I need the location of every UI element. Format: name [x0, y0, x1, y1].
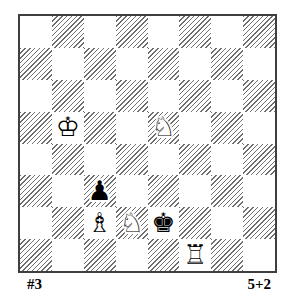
square-g5[interactable]: [211, 112, 243, 144]
piece-count-label: 5+2: [247, 276, 271, 293]
square-a3[interactable]: [20, 175, 52, 207]
piece-glyph: ♚: [148, 207, 180, 239]
square-d5[interactable]: [116, 112, 148, 144]
square-g6[interactable]: [211, 80, 243, 112]
square-b2[interactable]: [52, 207, 84, 239]
square-a1[interactable]: [20, 239, 52, 271]
square-e6[interactable]: [148, 80, 180, 112]
square-e8[interactable]: [148, 16, 180, 48]
square-b4[interactable]: [52, 144, 84, 176]
white-bishop-piece: ♝♗: [84, 207, 116, 239]
square-f5[interactable]: [179, 112, 211, 144]
chess-board: ♚♔♞♘♟♟♝♗♞♘♚♚♜♖: [18, 14, 277, 273]
square-e3[interactable]: [148, 175, 180, 207]
square-c2[interactable]: ♝♗: [84, 207, 116, 239]
square-h7[interactable]: [243, 48, 275, 80]
square-c3[interactable]: ♟♟: [84, 175, 116, 207]
square-d8[interactable]: [116, 16, 148, 48]
square-g3[interactable]: [211, 175, 243, 207]
square-b3[interactable]: [52, 175, 84, 207]
square-d2[interactable]: ♞♘: [116, 207, 148, 239]
piece-glyph: ♖: [179, 239, 211, 271]
square-h5[interactable]: [243, 112, 275, 144]
square-h8[interactable]: [243, 16, 275, 48]
square-c8[interactable]: [84, 16, 116, 48]
square-g4[interactable]: [211, 144, 243, 176]
square-c1[interactable]: [84, 239, 116, 271]
square-g8[interactable]: [211, 16, 243, 48]
square-f6[interactable]: [179, 80, 211, 112]
square-b1[interactable]: [52, 239, 84, 271]
square-c5[interactable]: [84, 112, 116, 144]
square-d6[interactable]: [116, 80, 148, 112]
black-pawn-piece: ♟♟: [84, 175, 116, 207]
piece-glyph: ♗: [84, 207, 116, 239]
white-knight-piece: ♞♘: [116, 207, 148, 239]
square-h4[interactable]: [243, 144, 275, 176]
square-f3[interactable]: [179, 175, 211, 207]
square-c4[interactable]: [84, 144, 116, 176]
square-e2[interactable]: ♚♚: [148, 207, 180, 239]
square-d7[interactable]: [116, 48, 148, 80]
square-b6[interactable]: [52, 80, 84, 112]
white-knight-piece: ♞♘: [148, 112, 180, 144]
square-d1[interactable]: [116, 239, 148, 271]
square-h3[interactable]: [243, 175, 275, 207]
square-e1[interactable]: [148, 239, 180, 271]
black-king-piece: ♚♚: [148, 207, 180, 239]
square-f2[interactable]: [179, 207, 211, 239]
square-e7[interactable]: [148, 48, 180, 80]
square-a2[interactable]: [20, 207, 52, 239]
square-g7[interactable]: [211, 48, 243, 80]
square-g2[interactable]: [211, 207, 243, 239]
square-d3[interactable]: [116, 175, 148, 207]
square-f1[interactable]: ♜♖: [179, 239, 211, 271]
square-d4[interactable]: [116, 144, 148, 176]
square-c6[interactable]: [84, 80, 116, 112]
square-a6[interactable]: [20, 80, 52, 112]
square-b8[interactable]: [52, 16, 84, 48]
square-e4[interactable]: [148, 144, 180, 176]
piece-glyph: ♘: [116, 207, 148, 239]
square-b5[interactable]: ♚♔: [52, 112, 84, 144]
square-f7[interactable]: [179, 48, 211, 80]
piece-glyph: ♟: [84, 175, 116, 207]
square-h2[interactable]: [243, 207, 275, 239]
square-g1[interactable]: [211, 239, 243, 271]
white-king-piece: ♚♔: [52, 112, 84, 144]
stipulation-label: #3: [27, 276, 42, 293]
piece-glyph: ♔: [52, 112, 84, 144]
square-f8[interactable]: [179, 16, 211, 48]
square-b7[interactable]: [52, 48, 84, 80]
white-rook-piece: ♜♖: [179, 239, 211, 271]
square-a5[interactable]: [20, 112, 52, 144]
square-e5[interactable]: ♞♘: [148, 112, 180, 144]
square-f4[interactable]: [179, 144, 211, 176]
piece-glyph: ♘: [148, 112, 180, 144]
square-a4[interactable]: [20, 144, 52, 176]
square-c7[interactable]: [84, 48, 116, 80]
square-h6[interactable]: [243, 80, 275, 112]
square-a8[interactable]: [20, 16, 52, 48]
square-h1[interactable]: [243, 239, 275, 271]
square-a7[interactable]: [20, 48, 52, 80]
